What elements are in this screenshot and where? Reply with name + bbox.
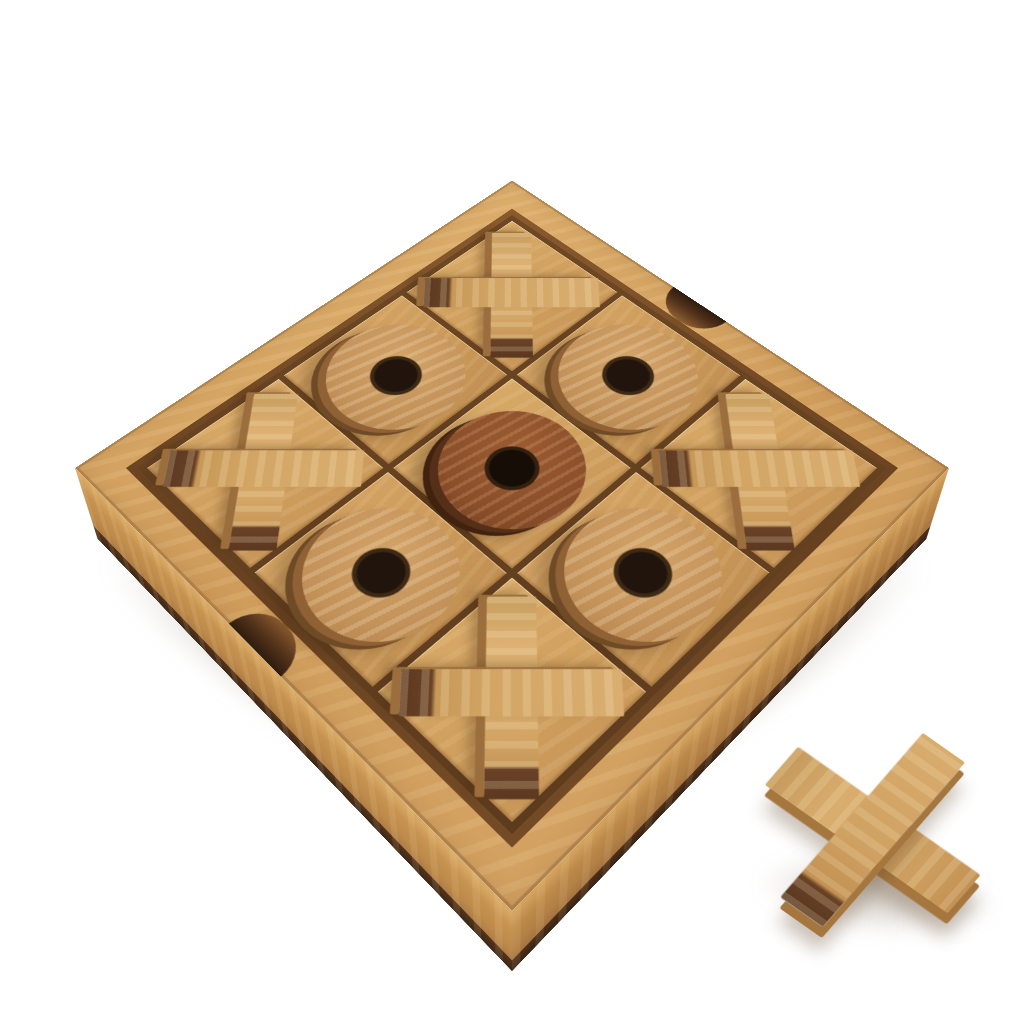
piece-x[interactable] xyxy=(412,609,611,782)
scene xyxy=(0,0,1024,1024)
piece-o[interactable] xyxy=(270,483,493,673)
playing-board xyxy=(137,215,887,834)
cell-r2c0[interactable] xyxy=(147,379,384,568)
cell-r2c2[interactable] xyxy=(378,577,647,822)
cell-r0c2[interactable] xyxy=(640,379,877,568)
cell-r1c2[interactable] xyxy=(517,472,769,687)
cell-r2c1[interactable] xyxy=(255,472,507,687)
piece-x[interactable] xyxy=(668,404,856,538)
piece-x[interactable] xyxy=(168,404,356,538)
piece-x[interactable] xyxy=(434,241,589,348)
board-grid xyxy=(137,215,887,834)
piece-o[interactable] xyxy=(532,483,755,673)
